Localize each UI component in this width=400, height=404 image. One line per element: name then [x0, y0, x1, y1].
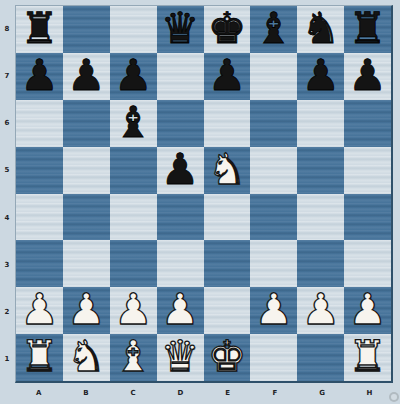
square-e2[interactable]	[204, 287, 251, 334]
rank-label: 8	[0, 5, 14, 52]
file-label: F	[251, 386, 298, 400]
square-d5[interactable]: ♟	[157, 147, 204, 194]
square-d4[interactable]	[157, 194, 204, 241]
piece-white-pawn-b2[interactable]: ♟	[67, 288, 106, 331]
square-b8[interactable]	[63, 6, 110, 53]
piece-black-rook-h8[interactable]: ♜	[348, 7, 387, 50]
square-b2[interactable]: ♟	[63, 287, 110, 334]
piece-black-bishop-f8[interactable]: ♝	[255, 7, 294, 50]
square-g5[interactable]	[297, 147, 344, 194]
piece-black-pawn-c7[interactable]: ♟	[114, 54, 153, 97]
square-e5[interactable]: ♞	[204, 147, 251, 194]
piece-black-pawn-b7[interactable]: ♟	[67, 54, 106, 97]
square-h1[interactable]: ♜	[344, 334, 391, 381]
square-e1[interactable]: ♚	[204, 334, 251, 381]
square-a5[interactable]	[16, 147, 63, 194]
square-h8[interactable]: ♜	[344, 6, 391, 53]
piece-white-pawn-c2[interactable]: ♟	[114, 288, 153, 331]
piece-white-pawn-h2[interactable]: ♟	[348, 288, 387, 331]
square-c7[interactable]: ♟	[110, 53, 157, 100]
watermark-circle	[389, 392, 399, 402]
file-label: C	[110, 386, 157, 400]
chess-app: 87654321 ♜♛♚♝♞♜♟♟♟♟♟♟♝♟♞♟♟♟♟♟♟♟♜♞♝♛♚♜ AB…	[0, 0, 400, 404]
square-g7[interactable]: ♟	[297, 53, 344, 100]
rank-label: 4	[0, 194, 14, 241]
piece-white-pawn-a2[interactable]: ♟	[20, 288, 59, 331]
square-h4[interactable]	[344, 194, 391, 241]
piece-white-king-e1[interactable]: ♚	[208, 335, 247, 378]
square-e7[interactable]: ♟	[204, 53, 251, 100]
rank-labels: 87654321	[0, 5, 14, 383]
square-c1[interactable]: ♝	[110, 334, 157, 381]
rank-label: 2	[0, 289, 14, 336]
square-c8[interactable]	[110, 6, 157, 53]
square-h2[interactable]: ♟	[344, 287, 391, 334]
file-label: A	[15, 386, 62, 400]
piece-black-rook-a8[interactable]: ♜	[20, 7, 59, 50]
square-a1[interactable]: ♜	[16, 334, 63, 381]
square-a7[interactable]: ♟	[16, 53, 63, 100]
square-b3[interactable]	[63, 240, 110, 287]
square-g3[interactable]	[297, 240, 344, 287]
piece-black-pawn-h7[interactable]: ♟	[348, 54, 387, 97]
square-g4[interactable]	[297, 194, 344, 241]
piece-white-knight-e5[interactable]: ♞	[208, 148, 247, 191]
rank-label: 7	[0, 52, 14, 99]
square-b5[interactable]	[63, 147, 110, 194]
piece-black-king-e8[interactable]: ♚	[208, 7, 247, 50]
file-label: E	[204, 386, 251, 400]
square-d6[interactable]	[157, 100, 204, 147]
square-a8[interactable]: ♜	[16, 6, 63, 53]
square-c6[interactable]: ♝	[110, 100, 157, 147]
piece-black-pawn-d5[interactable]: ♟	[161, 148, 200, 191]
piece-white-rook-a1[interactable]: ♜	[20, 335, 59, 378]
file-label: D	[157, 386, 204, 400]
square-g2[interactable]: ♟	[297, 287, 344, 334]
square-g6[interactable]	[297, 100, 344, 147]
rank-label: 3	[0, 241, 14, 288]
square-c3[interactable]	[110, 240, 157, 287]
piece-white-pawn-f2[interactable]: ♟	[255, 288, 294, 331]
square-d1[interactable]: ♛	[157, 334, 204, 381]
square-b1[interactable]: ♞	[63, 334, 110, 381]
file-labels: ABCDEFGH	[15, 386, 393, 400]
piece-black-queen-d8[interactable]: ♛	[161, 7, 200, 50]
square-g1[interactable]	[297, 334, 344, 381]
square-c4[interactable]	[110, 194, 157, 241]
square-f7[interactable]	[250, 53, 297, 100]
rank-label: 5	[0, 147, 14, 194]
piece-black-pawn-g7[interactable]: ♟	[301, 54, 340, 97]
square-c2[interactable]: ♟	[110, 287, 157, 334]
square-b7[interactable]: ♟	[63, 53, 110, 100]
square-g8[interactable]: ♞	[297, 6, 344, 53]
square-h5[interactable]	[344, 147, 391, 194]
file-label: B	[62, 386, 109, 400]
square-f1[interactable]	[250, 334, 297, 381]
square-f2[interactable]: ♟	[250, 287, 297, 334]
square-d7[interactable]	[157, 53, 204, 100]
piece-white-bishop-c1[interactable]: ♝	[114, 335, 153, 378]
square-e4[interactable]	[204, 194, 251, 241]
square-f4[interactable]	[250, 194, 297, 241]
square-e3[interactable]	[204, 240, 251, 287]
square-h3[interactable]	[344, 240, 391, 287]
rank-label: 1	[0, 336, 14, 383]
square-f5[interactable]	[250, 147, 297, 194]
square-h6[interactable]	[344, 100, 391, 147]
square-e8[interactable]: ♚	[204, 6, 251, 53]
square-a3[interactable]	[16, 240, 63, 287]
piece-white-pawn-d2[interactable]: ♟	[161, 288, 200, 331]
piece-black-bishop-c6[interactable]: ♝	[114, 101, 153, 144]
square-a4[interactable]	[16, 194, 63, 241]
chess-board: ♜♛♚♝♞♜♟♟♟♟♟♟♝♟♞♟♟♟♟♟♟♟♜♞♝♛♚♜	[15, 5, 393, 383]
square-h7[interactable]: ♟	[344, 53, 391, 100]
square-d2[interactable]: ♟	[157, 287, 204, 334]
square-b4[interactable]	[63, 194, 110, 241]
square-b6[interactable]	[63, 100, 110, 147]
square-a6[interactable]	[16, 100, 63, 147]
square-f3[interactable]	[250, 240, 297, 287]
piece-white-rook-h1[interactable]: ♜	[348, 335, 387, 378]
piece-white-pawn-g2[interactable]: ♟	[301, 288, 340, 331]
piece-black-pawn-a7[interactable]: ♟	[20, 54, 59, 97]
file-label: G	[299, 386, 346, 400]
square-a2[interactable]: ♟	[16, 287, 63, 334]
square-e6[interactable]	[204, 100, 251, 147]
square-f8[interactable]: ♝	[250, 6, 297, 53]
piece-black-pawn-e7[interactable]: ♟	[208, 54, 247, 97]
piece-black-knight-g8[interactable]: ♞	[301, 7, 340, 50]
piece-white-knight-b1[interactable]: ♞	[67, 335, 106, 378]
square-f6[interactable]	[250, 100, 297, 147]
file-label: H	[346, 386, 393, 400]
piece-white-queen-d1[interactable]: ♛	[161, 335, 200, 378]
square-d3[interactable]	[157, 240, 204, 287]
rank-label: 6	[0, 100, 14, 147]
square-d8[interactable]: ♛	[157, 6, 204, 53]
square-c5[interactable]	[110, 147, 157, 194]
